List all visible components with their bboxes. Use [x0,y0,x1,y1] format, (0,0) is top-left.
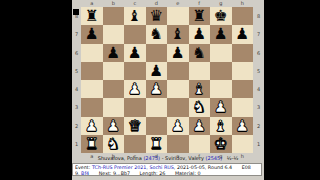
square-a8: ♜ [81,7,103,25]
black-queen: ♛ [149,7,163,25]
square-c7 [124,25,146,43]
square-h8 [232,7,254,25]
event-round: Round 6.4 [208,165,232,170]
white-pawn: ♟ [149,80,163,98]
square-d5: ♟ [146,62,168,80]
black-to-move-indicator [73,9,79,15]
white-pawn: ♟ [214,98,228,116]
square-g2: ♝ [210,117,232,135]
white-rook: ♜ [149,135,163,153]
file-labels-top: abcdefgh [81,0,253,6]
material-value: 0 [198,171,201,176]
file-label: c [124,0,146,6]
material-label: Material: [175,171,196,176]
square-a2: ♟ [81,117,103,135]
square-c2: ♛ [124,117,146,135]
square-a3 [81,98,103,116]
square-e7: ♝ [167,25,189,43]
square-f8: ♜ [189,7,211,25]
square-h5 [232,62,254,80]
square-b7 [103,25,125,43]
rank-label: 6 [255,44,262,62]
square-e3 [167,98,189,116]
square-h7: ♟ [232,25,254,43]
file-label: a [81,0,103,6]
rank-label: 2 [73,117,80,135]
square-g1: ♚ [210,135,232,153]
square-h3 [232,98,254,116]
square-d8: ♛ [146,7,168,25]
rank-label: 3 [73,98,80,116]
square-f1 [189,135,211,153]
black-pawn: ♟ [149,62,163,80]
rank-label: 4 [255,80,262,98]
square-b4 [103,80,125,98]
move-number: 9. [75,171,80,176]
square-h6 [232,44,254,62]
black-pawn: ♟ [171,44,185,62]
last-move: Bf4 [81,171,89,176]
square-h4 [232,80,254,98]
white-pawn: ♟ [192,117,206,135]
square-d2 [146,117,168,135]
square-f7: ♟ [189,25,211,43]
rank-label: 2 [255,117,262,135]
square-e1 [167,135,189,153]
players-separator: - [162,155,164,161]
white-knight: ♞ [106,135,120,153]
file-label: g [210,0,232,6]
black-pawn: ♟ [192,25,206,43]
rank-label: 8 [255,7,262,25]
file-label: d [146,0,168,6]
square-e5 [167,62,189,80]
square-a7: ♟ [81,25,103,43]
square-e8 [167,7,189,25]
square-e4 [167,80,189,98]
square-b5 [103,62,125,80]
black-knight: ♞ [149,25,163,43]
black-king: ♚ [214,7,228,25]
chess-board: ♜♝♛♜♚♟♞♝♟♟♟♟♟♟♞♟♟♟♝♞♟♟♟♛♟♟♝♟♜♞♜♚ [81,7,253,153]
game-result: ½-½ [227,155,239,161]
black-rook: ♜ [192,7,206,25]
black-pawn: ♟ [235,25,249,43]
video-frame: abcdefgh 87654321 ♜♝♛♜♚♟♞♝♟♟♟♟♟♟♞♟♟♟♝♞♟♟… [0,0,320,180]
rank-label: 5 [255,62,262,80]
square-g3: ♟ [210,98,232,116]
square-e6: ♟ [167,44,189,62]
square-h1 [232,135,254,153]
white-queen: ♛ [128,117,142,135]
square-h2: ♟ [232,117,254,135]
white-pawn: ♟ [128,80,142,98]
square-g8: ♚ [210,7,232,25]
square-b3 [103,98,125,116]
event-name: TCh-RUS Premier 2021, Sochi RUS [92,165,174,170]
square-c3 [124,98,146,116]
game-info-box: Event: TCh-RUS Premier 2021, Sochi RUS, … [72,163,262,176]
square-e2: ♟ [167,117,189,135]
square-a1: ♜ [81,135,103,153]
rank-label: 1 [255,135,262,153]
square-b6: ♟ [103,44,125,62]
next-move: 9...Bb7 [113,171,130,176]
square-f5 [189,62,211,80]
square-a5 [81,62,103,80]
square-c5 [124,62,146,80]
black-pawn: ♟ [214,25,228,43]
white-pawn: ♟ [171,117,185,135]
square-b1: ♞ [103,135,125,153]
square-b8 [103,7,125,25]
square-f6: ♞ [189,44,211,62]
black-knight: ♞ [192,44,206,62]
square-g7: ♟ [210,25,232,43]
file-label: f [189,0,211,6]
white-player-elo: (2475) [143,155,160,161]
white-rook: ♜ [85,135,99,153]
eco-code: E08 [242,165,251,170]
rank-labels-right: 87654321 [255,7,262,153]
square-d6 [146,44,168,62]
square-g4 [210,80,232,98]
file-label: h [232,0,254,6]
square-g6 [210,44,232,62]
white-bishop: ♝ [192,80,206,98]
black-player-elo: (2545) [206,155,223,161]
white-pawn: ♟ [235,117,249,135]
rank-labels-left: 87654321 [73,7,80,153]
square-f2: ♟ [189,117,211,135]
white-pawn: ♟ [85,117,99,135]
square-c4: ♟ [124,80,146,98]
square-d3 [146,98,168,116]
square-c1 [124,135,146,153]
event-date: 2021-05-05 [177,165,205,170]
square-b2: ♟ [103,117,125,135]
square-c8: ♝ [124,7,146,25]
file-label: b [103,0,125,6]
rank-label: 6 [73,44,80,62]
square-d1: ♜ [146,135,168,153]
square-a4 [81,80,103,98]
square-a6 [81,44,103,62]
length-value: 26 [159,171,165,176]
black-pawn: ♟ [106,44,120,62]
chess-panel: abcdefgh 87654321 ♜♝♛♜♚♟♞♝♟♟♟♟♟♟♞♟♟♟♝♞♟♟… [72,0,264,180]
square-d7: ♞ [146,25,168,43]
black-rook: ♜ [85,7,99,25]
square-d4: ♟ [146,80,168,98]
black-bishop: ♝ [171,25,185,43]
white-bishop: ♝ [214,117,228,135]
rank-label: 7 [255,25,262,43]
black-pawn: ♟ [128,44,142,62]
rank-label: 4 [73,80,80,98]
event-label: Event: [75,165,90,170]
white-king: ♚ [214,135,228,153]
rank-label: 7 [73,25,80,43]
players-line: Shuvalova, Polina (2475) - Sviridov, Val… [72,155,264,162]
square-f3: ♞ [189,98,211,116]
black-bishop: ♝ [128,7,142,25]
rank-label: 1 [73,135,80,153]
length-label: Length: [140,171,158,176]
square-c6: ♟ [124,44,146,62]
white-knight: ♞ [192,98,206,116]
black-player-name: Sviridov, Valery [165,155,204,161]
black-pawn: ♟ [85,25,99,43]
rank-label: 3 [255,98,262,116]
rank-label: 5 [73,62,80,80]
move-line: 9. Bf4 Next: 9...Bb7 Length: 26 Material… [75,171,259,177]
next-label: Next: [99,171,112,176]
file-label: e [167,0,189,6]
square-g5 [210,62,232,80]
white-pawn: ♟ [106,117,120,135]
square-f4: ♝ [189,80,211,98]
white-player-name: Shuvalova, Polina [98,155,142,161]
